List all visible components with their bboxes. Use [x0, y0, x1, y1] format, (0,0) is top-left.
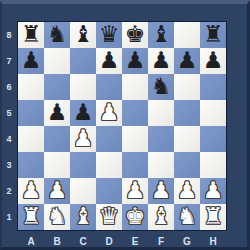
black-bishop[interactable]: ♝ — [73, 23, 94, 46]
black-pawn[interactable]: ♟ — [177, 49, 198, 72]
square-g1[interactable]: ♞ — [174, 204, 200, 230]
square-f6[interactable]: ♞ — [148, 74, 174, 100]
square-a7[interactable]: ♟ — [18, 48, 44, 74]
square-a1[interactable]: ♜ — [18, 204, 44, 230]
white-pawn[interactable]: ♟ — [125, 179, 146, 202]
black-pawn[interactable]: ♟ — [99, 49, 120, 72]
square-e3[interactable] — [122, 152, 148, 178]
white-pawn[interactable]: ♟ — [21, 179, 42, 202]
file-label-a: A — [18, 233, 44, 249]
square-b5[interactable]: ♟ — [44, 100, 70, 126]
square-d4[interactable] — [96, 126, 122, 152]
square-g5[interactable] — [174, 100, 200, 126]
file-label-e: E — [122, 233, 148, 249]
file-labels: ABCDEFGH — [18, 233, 226, 249]
black-king[interactable]: ♚ — [125, 23, 146, 46]
rank-label-3: 3 — [2, 152, 16, 178]
chess-board-frame: 87654321 ♜♞♝♛♚♝♜♟♟♟♟♟♟♞♟♟♟♟♟♟♟♟♟♟♜♞♝♛♚♝♞… — [0, 0, 250, 250]
square-g6[interactable] — [174, 74, 200, 100]
square-b7[interactable] — [44, 48, 70, 74]
square-b2[interactable]: ♟ — [44, 178, 70, 204]
white-knight[interactable]: ♞ — [177, 205, 198, 228]
square-b4[interactable] — [44, 126, 70, 152]
square-b8[interactable]: ♞ — [44, 22, 70, 48]
square-d8[interactable]: ♛ — [96, 22, 122, 48]
square-c5[interactable]: ♟ — [70, 100, 96, 126]
square-c6[interactable] — [70, 74, 96, 100]
white-bishop[interactable]: ♝ — [73, 205, 94, 228]
file-label-g: G — [174, 233, 200, 249]
white-pawn[interactable]: ♟ — [47, 179, 68, 202]
square-c8[interactable]: ♝ — [70, 22, 96, 48]
chess-board: ♜♞♝♛♚♝♜♟♟♟♟♟♟♞♟♟♟♟♟♟♟♟♟♟♜♞♝♛♚♝♞♜ — [17, 21, 227, 231]
square-c2[interactable] — [70, 178, 96, 204]
square-c1[interactable]: ♝ — [70, 204, 96, 230]
file-label-c: C — [70, 233, 96, 249]
square-f7[interactable]: ♟ — [148, 48, 174, 74]
square-e8[interactable]: ♚ — [122, 22, 148, 48]
rank-labels: 87654321 — [2, 22, 16, 230]
rank-label-7: 7 — [2, 48, 16, 74]
black-rook[interactable]: ♜ — [203, 23, 224, 46]
white-pawn[interactable]: ♟ — [151, 179, 172, 202]
square-h3[interactable] — [200, 152, 226, 178]
square-h4[interactable] — [200, 126, 226, 152]
square-d7[interactable]: ♟ — [96, 48, 122, 74]
rank-label-6: 6 — [2, 74, 16, 100]
rank-label-5: 5 — [2, 100, 16, 126]
square-g2[interactable]: ♟ — [174, 178, 200, 204]
square-g8[interactable] — [174, 22, 200, 48]
black-pawn[interactable]: ♟ — [47, 101, 68, 124]
file-label-h: H — [200, 233, 226, 249]
square-c4[interactable]: ♟ — [70, 126, 96, 152]
black-pawn[interactable]: ♟ — [73, 101, 94, 124]
square-d3[interactable] — [96, 152, 122, 178]
square-a6[interactable] — [18, 74, 44, 100]
file-label-b: B — [44, 233, 70, 249]
square-h5[interactable] — [200, 100, 226, 126]
black-pawn[interactable]: ♟ — [203, 49, 224, 72]
square-a5[interactable] — [18, 100, 44, 126]
square-a2[interactable]: ♟ — [18, 178, 44, 204]
square-b3[interactable] — [44, 152, 70, 178]
black-pawn[interactable]: ♟ — [151, 49, 172, 72]
rank-label-4: 4 — [2, 126, 16, 152]
square-f1[interactable]: ♝ — [148, 204, 174, 230]
white-rook[interactable]: ♜ — [21, 205, 42, 228]
square-d6[interactable] — [96, 74, 122, 100]
black-rook[interactable]: ♜ — [21, 23, 42, 46]
square-h7[interactable]: ♟ — [200, 48, 226, 74]
square-c7[interactable] — [70, 48, 96, 74]
square-a3[interactable] — [18, 152, 44, 178]
white-pawn[interactable]: ♟ — [177, 179, 198, 202]
rank-label-1: 1 — [2, 204, 16, 230]
square-b6[interactable] — [44, 74, 70, 100]
white-pawn[interactable]: ♟ — [203, 179, 224, 202]
square-c3[interactable] — [70, 152, 96, 178]
white-pawn[interactable]: ♟ — [99, 101, 120, 124]
square-f4[interactable] — [148, 126, 174, 152]
black-pawn[interactable]: ♟ — [125, 49, 146, 72]
square-f3[interactable] — [148, 152, 174, 178]
white-king[interactable]: ♚ — [125, 205, 146, 228]
square-f5[interactable] — [148, 100, 174, 126]
square-d5[interactable]: ♟ — [96, 100, 122, 126]
square-h8[interactable]: ♜ — [200, 22, 226, 48]
white-rook[interactable]: ♜ — [203, 205, 224, 228]
square-b1[interactable]: ♞ — [44, 204, 70, 230]
rank-label-2: 2 — [2, 178, 16, 204]
black-queen[interactable]: ♛ — [99, 23, 120, 46]
square-h2[interactable]: ♟ — [200, 178, 226, 204]
square-e5[interactable] — [122, 100, 148, 126]
square-d1[interactable]: ♛ — [96, 204, 122, 230]
square-d2[interactable] — [96, 178, 122, 204]
file-label-f: F — [148, 233, 174, 249]
square-f8[interactable]: ♝ — [148, 22, 174, 48]
white-knight[interactable]: ♞ — [47, 205, 68, 228]
square-h6[interactable] — [200, 74, 226, 100]
square-e7[interactable]: ♟ — [122, 48, 148, 74]
square-e2[interactable]: ♟ — [122, 178, 148, 204]
square-g7[interactable]: ♟ — [174, 48, 200, 74]
square-f2[interactable]: ♟ — [148, 178, 174, 204]
square-g4[interactable] — [174, 126, 200, 152]
square-g3[interactable] — [174, 152, 200, 178]
black-knight[interactable]: ♞ — [151, 75, 172, 98]
square-a8[interactable]: ♜ — [18, 22, 44, 48]
white-pawn[interactable]: ♟ — [73, 127, 94, 150]
square-h1[interactable]: ♜ — [200, 204, 226, 230]
rank-label-8: 8 — [2, 22, 16, 48]
file-label-d: D — [96, 233, 122, 249]
square-e6[interactable] — [122, 74, 148, 100]
square-a4[interactable] — [18, 126, 44, 152]
black-bishop[interactable]: ♝ — [151, 23, 172, 46]
square-e4[interactable] — [122, 126, 148, 152]
black-pawn[interactable]: ♟ — [21, 49, 42, 72]
square-e1[interactable]: ♚ — [122, 204, 148, 230]
black-knight[interactable]: ♞ — [47, 23, 68, 46]
white-queen[interactable]: ♛ — [99, 205, 120, 228]
white-bishop[interactable]: ♝ — [151, 205, 172, 228]
